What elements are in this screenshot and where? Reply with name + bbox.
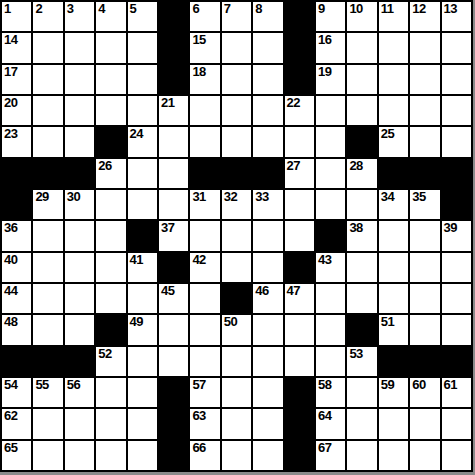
letter-cell[interactable] xyxy=(96,284,125,313)
letter-cell[interactable] xyxy=(442,409,471,438)
letter-cell[interactable] xyxy=(316,315,345,344)
clue-number: 44 xyxy=(4,284,17,298)
letter-cell[interactable]: 24 xyxy=(128,127,157,156)
letter-cell[interactable] xyxy=(347,378,376,407)
block-cell xyxy=(442,159,471,188)
letter-cell[interactable] xyxy=(316,284,345,313)
clue-number: 15 xyxy=(192,33,205,47)
letter-cell[interactable] xyxy=(33,284,62,313)
clue-number: 21 xyxy=(161,96,174,110)
block-cell xyxy=(159,253,188,282)
letter-cell[interactable]: 38 xyxy=(347,221,376,250)
block-cell xyxy=(285,2,314,31)
letter-cell[interactable] xyxy=(285,190,314,219)
clue-number: 58 xyxy=(318,378,331,392)
letter-cell[interactable]: 8 xyxy=(253,2,282,31)
letter-cell[interactable]: 31 xyxy=(190,190,219,219)
block-cell xyxy=(2,159,31,188)
letter-cell[interactable] xyxy=(159,190,188,219)
clue-number: 31 xyxy=(192,190,205,204)
clue-number: 60 xyxy=(412,378,425,392)
clue-number: 45 xyxy=(161,284,174,298)
clue-number: 64 xyxy=(318,409,331,423)
letter-cell[interactable] xyxy=(253,253,282,282)
block-cell xyxy=(65,347,94,376)
letter-cell[interactable] xyxy=(128,378,157,407)
letter-cell[interactable]: 51 xyxy=(379,315,408,344)
letter-cell[interactable] xyxy=(65,221,94,250)
letter-cell[interactable]: 62 xyxy=(2,409,31,438)
letter-cell[interactable] xyxy=(96,65,125,94)
block-cell xyxy=(33,347,62,376)
clue-number: 10 xyxy=(349,2,362,16)
letter-cell[interactable] xyxy=(222,33,251,62)
clue-number: 51 xyxy=(381,315,394,329)
letter-cell[interactable] xyxy=(253,347,282,376)
clue-number: 43 xyxy=(318,253,331,267)
block-cell xyxy=(285,33,314,62)
block-cell xyxy=(379,159,408,188)
letter-cell[interactable]: 18 xyxy=(190,65,219,94)
letter-cell[interactable] xyxy=(410,221,439,250)
letter-cell[interactable]: 58 xyxy=(316,378,345,407)
letter-cell[interactable]: 47 xyxy=(285,284,314,313)
clue-number: 24 xyxy=(130,127,143,141)
clue-number: 17 xyxy=(4,65,17,79)
letter-cell[interactable]: 27 xyxy=(285,159,314,188)
letter-cell[interactable]: 2 xyxy=(33,2,62,31)
letter-cell[interactable]: 53 xyxy=(347,347,376,376)
block-cell xyxy=(159,409,188,438)
block-cell xyxy=(33,159,62,188)
letter-cell[interactable] xyxy=(222,378,251,407)
clue-number: 7 xyxy=(224,2,231,16)
letter-cell[interactable] xyxy=(128,159,157,188)
clue-number: 52 xyxy=(98,347,111,361)
letter-cell[interactable] xyxy=(316,190,345,219)
letter-cell[interactable]: 14 xyxy=(2,33,31,62)
letter-cell[interactable] xyxy=(96,221,125,250)
letter-cell[interactable]: 10 xyxy=(347,2,376,31)
letter-cell[interactable]: 13 xyxy=(442,2,471,31)
letter-cell[interactable] xyxy=(410,409,439,438)
clue-number: 47 xyxy=(287,284,300,298)
letter-cell[interactable]: 21 xyxy=(159,96,188,125)
letter-cell[interactable] xyxy=(347,284,376,313)
clue-number: 34 xyxy=(381,190,394,204)
letter-cell[interactable]: 48 xyxy=(2,315,31,344)
letter-cell[interactable] xyxy=(285,221,314,250)
clue-number: 25 xyxy=(381,127,394,141)
letter-cell[interactable] xyxy=(96,378,125,407)
letter-cell[interactable]: 4 xyxy=(96,2,125,31)
letter-cell[interactable] xyxy=(96,441,125,470)
letter-cell[interactable] xyxy=(442,253,471,282)
clue-number: 1 xyxy=(4,2,11,16)
letter-cell[interactable] xyxy=(442,127,471,156)
clue-number: 67 xyxy=(318,441,331,455)
letter-cell[interactable] xyxy=(128,409,157,438)
clue-number: 9 xyxy=(318,2,325,16)
letter-cell[interactable] xyxy=(65,284,94,313)
letter-cell[interactable] xyxy=(442,33,471,62)
clue-number: 26 xyxy=(98,159,111,173)
letter-cell[interactable]: 30 xyxy=(65,190,94,219)
letter-cell[interactable] xyxy=(65,65,94,94)
clue-number: 18 xyxy=(192,65,205,79)
letter-cell[interactable] xyxy=(253,221,282,250)
letter-cell[interactable] xyxy=(222,65,251,94)
block-cell xyxy=(159,65,188,94)
letter-cell[interactable]: 40 xyxy=(2,253,31,282)
crossword-puzzle: 1234567891011121314151617181920212223242… xyxy=(0,0,475,475)
letter-cell[interactable] xyxy=(128,65,157,94)
letter-cell[interactable]: 5 xyxy=(128,2,157,31)
letter-cell[interactable]: 28 xyxy=(347,159,376,188)
letter-cell[interactable]: 64 xyxy=(316,409,345,438)
letter-cell[interactable] xyxy=(410,127,439,156)
letter-cell[interactable] xyxy=(128,190,157,219)
letter-cell[interactable] xyxy=(410,33,439,62)
block-cell xyxy=(285,253,314,282)
letter-cell[interactable] xyxy=(285,315,314,344)
letter-cell[interactable] xyxy=(222,441,251,470)
clue-number: 65 xyxy=(4,441,17,455)
letter-cell[interactable]: 66 xyxy=(190,441,219,470)
block-cell xyxy=(285,378,314,407)
letter-cell[interactable] xyxy=(33,65,62,94)
letter-cell[interactable]: 63 xyxy=(190,409,219,438)
letter-cell[interactable]: 35 xyxy=(410,190,439,219)
clue-number: 12 xyxy=(412,2,425,16)
block-cell xyxy=(442,190,471,219)
letter-cell[interactable] xyxy=(65,33,94,62)
clue-number: 23 xyxy=(4,127,17,141)
clue-number: 55 xyxy=(35,378,48,392)
clue-number: 61 xyxy=(444,378,457,392)
letter-cell[interactable] xyxy=(442,65,471,94)
block-cell xyxy=(347,315,376,344)
letter-cell[interactable]: 1 xyxy=(2,2,31,31)
clue-number: 6 xyxy=(192,2,199,16)
letter-cell[interactable]: 41 xyxy=(128,253,157,282)
letter-cell[interactable] xyxy=(253,378,282,407)
letter-cell[interactable] xyxy=(159,315,188,344)
letter-cell[interactable]: 12 xyxy=(410,2,439,31)
block-cell xyxy=(190,159,219,188)
clue-number: 40 xyxy=(4,253,17,267)
letter-cell[interactable] xyxy=(190,96,219,125)
letter-cell[interactable] xyxy=(379,33,408,62)
letter-cell[interactable] xyxy=(410,96,439,125)
letter-cell[interactable] xyxy=(316,127,345,156)
letter-cell[interactable] xyxy=(253,441,282,470)
letter-cell[interactable] xyxy=(347,253,376,282)
letter-cell[interactable] xyxy=(190,315,219,344)
letter-cell[interactable] xyxy=(33,315,62,344)
clue-number: 16 xyxy=(318,33,331,47)
letter-cell[interactable] xyxy=(347,441,376,470)
letter-cell[interactable]: 57 xyxy=(190,378,219,407)
clue-number: 2 xyxy=(35,2,42,16)
letter-cell[interactable] xyxy=(96,96,125,125)
letter-cell[interactable] xyxy=(65,96,94,125)
letter-cell[interactable]: 37 xyxy=(159,221,188,250)
block-cell xyxy=(285,441,314,470)
letter-cell[interactable] xyxy=(379,65,408,94)
letter-cell[interactable] xyxy=(442,284,471,313)
letter-cell[interactable] xyxy=(128,441,157,470)
letter-cell[interactable]: 9 xyxy=(316,2,345,31)
block-cell xyxy=(2,347,31,376)
letter-cell[interactable] xyxy=(222,253,251,282)
clue-number: 28 xyxy=(349,159,362,173)
letter-cell[interactable] xyxy=(379,253,408,282)
letter-cell[interactable] xyxy=(159,127,188,156)
clue-number: 46 xyxy=(255,284,268,298)
letter-cell[interactable] xyxy=(285,127,314,156)
letter-cell[interactable] xyxy=(65,127,94,156)
letter-cell[interactable]: 16 xyxy=(316,33,345,62)
letter-cell[interactable] xyxy=(316,96,345,125)
clue-number: 3 xyxy=(67,2,74,16)
clue-number: 36 xyxy=(4,221,17,235)
letter-cell[interactable]: 33 xyxy=(253,190,282,219)
letter-cell[interactable]: 61 xyxy=(442,378,471,407)
letter-cell[interactable] xyxy=(347,96,376,125)
letter-cell[interactable]: 17 xyxy=(2,65,31,94)
letter-cell[interactable] xyxy=(253,96,282,125)
letter-cell[interactable] xyxy=(410,284,439,313)
letter-cell[interactable]: 19 xyxy=(316,65,345,94)
letter-cell[interactable]: 59 xyxy=(379,378,408,407)
clue-number: 48 xyxy=(4,315,17,329)
block-cell xyxy=(285,65,314,94)
clue-number: 50 xyxy=(224,315,237,329)
block-cell xyxy=(159,33,188,62)
letter-cell[interactable] xyxy=(442,441,471,470)
clue-number: 8 xyxy=(255,2,262,16)
letter-cell[interactable] xyxy=(379,409,408,438)
letter-cell[interactable] xyxy=(222,347,251,376)
block-cell xyxy=(159,2,188,31)
letter-cell[interactable] xyxy=(128,284,157,313)
clue-number: 42 xyxy=(192,253,205,267)
letter-cell[interactable]: 6 xyxy=(190,2,219,31)
block-cell xyxy=(253,159,282,188)
clue-number: 59 xyxy=(381,378,394,392)
clue-number: 62 xyxy=(4,409,17,423)
letter-cell[interactable] xyxy=(190,127,219,156)
letter-cell[interactable] xyxy=(33,221,62,250)
clue-number: 63 xyxy=(192,409,205,423)
letter-cell[interactable] xyxy=(253,33,282,62)
letter-cell[interactable] xyxy=(410,441,439,470)
letter-cell[interactable] xyxy=(347,65,376,94)
letter-cell[interactable] xyxy=(285,347,314,376)
letter-cell[interactable]: 32 xyxy=(222,190,251,219)
clue-number: 54 xyxy=(4,378,17,392)
letter-cell[interactable] xyxy=(65,409,94,438)
letter-cell[interactable] xyxy=(33,127,62,156)
clue-number: 27 xyxy=(287,159,300,173)
letter-cell[interactable]: 36 xyxy=(2,221,31,250)
block-cell xyxy=(285,409,314,438)
block-cell xyxy=(159,441,188,470)
letter-cell[interactable]: 43 xyxy=(316,253,345,282)
letter-cell[interactable]: 39 xyxy=(442,221,471,250)
letter-cell[interactable] xyxy=(253,409,282,438)
letter-cell[interactable] xyxy=(128,347,157,376)
block-cell xyxy=(347,127,376,156)
letter-cell[interactable] xyxy=(379,96,408,125)
letter-cell[interactable] xyxy=(316,347,345,376)
letter-cell[interactable] xyxy=(347,409,376,438)
letter-cell[interactable] xyxy=(96,190,125,219)
block-cell xyxy=(222,284,251,313)
clue-number: 66 xyxy=(192,441,205,455)
letter-cell[interactable]: 55 xyxy=(33,378,62,407)
letter-cell[interactable]: 34 xyxy=(379,190,408,219)
clue-number: 57 xyxy=(192,378,205,392)
letter-cell[interactable]: 45 xyxy=(159,284,188,313)
letter-cell[interactable] xyxy=(442,96,471,125)
letter-cell[interactable] xyxy=(65,315,94,344)
letter-cell[interactable] xyxy=(33,441,62,470)
letter-cell[interactable] xyxy=(410,253,439,282)
letter-cell[interactable]: 11 xyxy=(379,2,408,31)
letter-cell[interactable] xyxy=(410,65,439,94)
letter-cell[interactable] xyxy=(410,315,439,344)
letter-cell[interactable]: 54 xyxy=(2,378,31,407)
crossword-grid: 1234567891011121314151617181920212223242… xyxy=(0,0,473,472)
letter-cell[interactable] xyxy=(33,253,62,282)
letter-cell[interactable] xyxy=(65,441,94,470)
letter-cell[interactable]: 42 xyxy=(190,253,219,282)
letter-cell[interactable] xyxy=(190,284,219,313)
letter-cell[interactable]: 22 xyxy=(285,96,314,125)
letter-cell[interactable] xyxy=(65,253,94,282)
letter-cell[interactable] xyxy=(379,284,408,313)
letter-cell[interactable]: 29 xyxy=(33,190,62,219)
letter-cell[interactable] xyxy=(96,33,125,62)
clue-number: 13 xyxy=(444,2,457,16)
letter-cell[interactable] xyxy=(33,96,62,125)
letter-cell[interactable]: 56 xyxy=(65,378,94,407)
block-cell xyxy=(379,347,408,376)
letter-cell[interactable]: 65 xyxy=(2,441,31,470)
letter-cell[interactable] xyxy=(442,315,471,344)
letter-cell[interactable] xyxy=(253,315,282,344)
letter-cell[interactable] xyxy=(316,159,345,188)
letter-cell[interactable]: 3 xyxy=(65,2,94,31)
block-cell xyxy=(128,221,157,250)
clue-number: 4 xyxy=(98,2,105,16)
clue-number: 39 xyxy=(444,221,457,235)
clue-number: 35 xyxy=(412,190,425,204)
letter-cell[interactable] xyxy=(347,190,376,219)
clue-number: 20 xyxy=(4,96,17,110)
clue-number: 53 xyxy=(349,347,362,361)
letter-cell[interactable]: 26 xyxy=(96,159,125,188)
letter-cell[interactable] xyxy=(33,33,62,62)
letter-cell[interactable] xyxy=(96,409,125,438)
letter-cell[interactable] xyxy=(222,127,251,156)
letter-cell[interactable] xyxy=(222,409,251,438)
block-cell xyxy=(2,190,31,219)
clue-number: 22 xyxy=(287,96,300,110)
letter-cell[interactable] xyxy=(33,409,62,438)
letter-cell[interactable] xyxy=(128,33,157,62)
clue-number: 41 xyxy=(130,253,143,267)
block-cell xyxy=(316,221,345,250)
block-cell xyxy=(442,347,471,376)
letter-cell[interactable]: 23 xyxy=(2,127,31,156)
letter-cell[interactable] xyxy=(190,221,219,250)
clue-number: 30 xyxy=(67,190,80,204)
letter-cell[interactable]: 25 xyxy=(379,127,408,156)
letter-cell[interactable] xyxy=(159,159,188,188)
letter-cell[interactable] xyxy=(222,221,251,250)
clue-number: 56 xyxy=(67,378,80,392)
letter-cell[interactable] xyxy=(190,347,219,376)
letter-cell[interactable]: 7 xyxy=(222,2,251,31)
clue-number: 29 xyxy=(35,190,48,204)
letter-cell[interactable] xyxy=(128,96,157,125)
block-cell xyxy=(65,159,94,188)
letter-cell[interactable] xyxy=(379,441,408,470)
letter-cell[interactable]: 46 xyxy=(253,284,282,313)
clue-number: 33 xyxy=(255,190,268,204)
clue-number: 32 xyxy=(224,190,237,204)
letter-cell[interactable] xyxy=(253,65,282,94)
letter-cell[interactable]: 49 xyxy=(128,315,157,344)
letter-cell[interactable] xyxy=(159,347,188,376)
letter-cell[interactable]: 44 xyxy=(2,284,31,313)
letter-cell[interactable] xyxy=(347,33,376,62)
block-cell xyxy=(410,347,439,376)
letter-cell[interactable]: 50 xyxy=(222,315,251,344)
letter-cell[interactable]: 20 xyxy=(2,96,31,125)
block-cell xyxy=(96,315,125,344)
clue-number: 37 xyxy=(161,221,174,235)
block-cell xyxy=(96,127,125,156)
block-cell xyxy=(222,159,251,188)
letter-cell[interactable]: 67 xyxy=(316,441,345,470)
letter-cell[interactable] xyxy=(253,127,282,156)
letter-cell[interactable] xyxy=(379,221,408,250)
letter-cell[interactable]: 52 xyxy=(96,347,125,376)
clue-number: 19 xyxy=(318,65,331,79)
clue-number: 11 xyxy=(381,2,394,16)
letter-cell[interactable] xyxy=(222,96,251,125)
letter-cell[interactable]: 15 xyxy=(190,33,219,62)
letter-cell[interactable] xyxy=(96,253,125,282)
block-cell xyxy=(410,159,439,188)
clue-number: 38 xyxy=(349,221,362,235)
clue-number: 5 xyxy=(130,2,137,16)
block-cell xyxy=(159,378,188,407)
clue-number: 49 xyxy=(130,315,143,329)
clue-number: 14 xyxy=(4,33,17,47)
letter-cell[interactable]: 60 xyxy=(410,378,439,407)
